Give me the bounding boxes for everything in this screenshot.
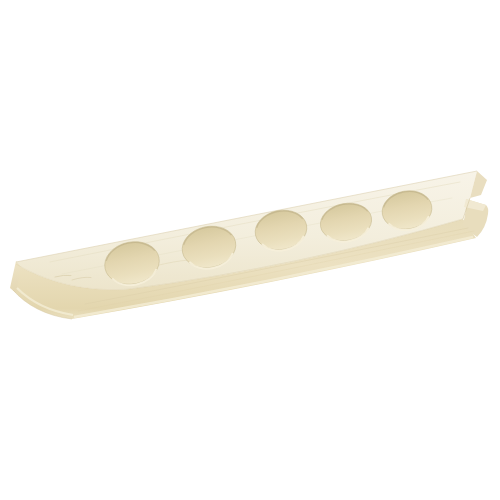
product-photo [0,0,500,500]
photo-canvas [0,0,500,500]
